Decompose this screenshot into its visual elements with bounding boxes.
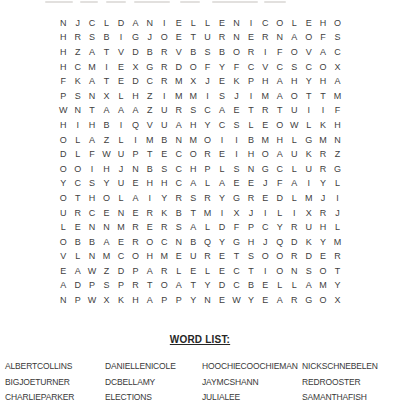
grid-cell-r20c6: H bbox=[128, 293, 142, 308]
grid-cell-r13c8: Y bbox=[157, 191, 171, 206]
grid-cell-r9c19: M bbox=[316, 133, 330, 148]
grid-cell-r6c9: M bbox=[172, 89, 186, 104]
grid-cell-r4c16: C bbox=[273, 60, 287, 75]
grid-cell-r5c18: Y bbox=[301, 74, 315, 89]
grid-cell-r9c17: L bbox=[287, 133, 301, 148]
grid-cell-r15c2: E bbox=[70, 220, 84, 235]
grid-cell-r7c2: N bbox=[70, 104, 84, 119]
grid-cell-r17c16: O bbox=[273, 250, 287, 265]
grid-cell-r14c3: C bbox=[85, 206, 99, 221]
grid-cell-r10c13: I bbox=[229, 147, 243, 162]
grid-cell-r13c9: R bbox=[172, 191, 186, 206]
grid-cell-r4c12: Y bbox=[215, 60, 229, 75]
grid-cell-r7c15: R bbox=[258, 104, 272, 119]
grid-cell-r17c17: R bbox=[287, 250, 301, 265]
grid-cell-r1c18: E bbox=[301, 16, 315, 31]
grid-cell-r8c6: Q bbox=[128, 118, 142, 133]
word-list: ALBERTCOLLINSBIGJOETURNERCHARLIEPARKERDA… bbox=[5, 359, 400, 400]
grid-cell-r17c2: L bbox=[70, 250, 84, 265]
grid-cell-r10c1: D bbox=[56, 147, 70, 162]
grid-cell-r18c8: R bbox=[157, 264, 171, 279]
grid-cell-r10c4: W bbox=[99, 147, 113, 162]
grid-cell-r2c3: S bbox=[85, 31, 99, 46]
grid-cell-r17c5: C bbox=[114, 250, 128, 265]
grid-cell-r18c15: I bbox=[258, 264, 272, 279]
grid-cell-r15c5: M bbox=[114, 220, 128, 235]
grid-cell-r7c16: T bbox=[273, 104, 287, 119]
grid-cell-r19c12: D bbox=[215, 279, 229, 294]
grid-cell-r8c18: L bbox=[301, 118, 315, 133]
grid-cell-r2c16: N bbox=[273, 31, 287, 46]
grid-cell-r5c8: R bbox=[157, 74, 171, 89]
grid-cell-r13c11: R bbox=[200, 191, 214, 206]
grid-cell-r20c16: A bbox=[273, 293, 287, 308]
grid-cell-r15c12: D bbox=[215, 220, 229, 235]
grid-cell-r6c11: I bbox=[200, 89, 214, 104]
grid-cell-r14c11: M bbox=[200, 206, 214, 221]
grid-cell-r6c19: T bbox=[316, 89, 330, 104]
grid-cell-r18c18: S bbox=[301, 264, 315, 279]
grid-cell-r3c2: Z bbox=[70, 45, 84, 60]
grid-cell-r9c14: B bbox=[244, 133, 258, 148]
grid-cell-r17c3: N bbox=[85, 250, 99, 265]
grid-cell-r7c20: F bbox=[330, 104, 344, 119]
grid-cell-r8c4: B bbox=[99, 118, 113, 133]
grid-cell-r16c4: A bbox=[99, 235, 113, 250]
grid-cell-r18c5: D bbox=[114, 264, 128, 279]
word-list-column-2: DANIELLENICOLEDCBELLAMYELECTIONS bbox=[105, 359, 202, 400]
grid-cell-r17c11: R bbox=[200, 250, 214, 265]
grid-cell-r1c14: I bbox=[244, 16, 258, 31]
grid-cell-r4c14: C bbox=[244, 60, 258, 75]
word-list-item: ALBERTCOLLINS bbox=[5, 359, 105, 375]
grid-cell-r18c1: E bbox=[56, 264, 70, 279]
grid-cell-r7c17: U bbox=[287, 104, 301, 119]
grid-cell-r7c10: S bbox=[186, 104, 200, 119]
grid-cell-r3c17: O bbox=[287, 45, 301, 60]
grid-cell-r10c19: R bbox=[316, 147, 330, 162]
grid-cell-r13c19: J bbox=[316, 191, 330, 206]
grid-cell-r14c17: I bbox=[287, 206, 301, 221]
grid-cell-r15c11: L bbox=[200, 220, 214, 235]
grid-cell-r1c5: D bbox=[114, 16, 128, 31]
grid-cell-r14c18: X bbox=[301, 206, 315, 221]
grid-cell-r3c13: O bbox=[229, 45, 243, 60]
grid-cell-r12c20: L bbox=[330, 177, 344, 192]
grid-cell-r19c13: C bbox=[229, 279, 243, 294]
grid-cell-r1c6: A bbox=[128, 16, 142, 31]
grid-cell-r5c14: P bbox=[244, 74, 258, 89]
grid-cell-r4c3: M bbox=[85, 60, 99, 75]
grid-cell-r7c8: U bbox=[157, 104, 171, 119]
grid-cell-r7c19: I bbox=[316, 104, 330, 119]
grid-cell-r15c4: N bbox=[99, 220, 113, 235]
grid-cell-r19c10: T bbox=[186, 279, 200, 294]
grid-cell-r20c9: P bbox=[172, 293, 186, 308]
grid-cell-r1c3: C bbox=[85, 16, 99, 31]
grid-cell-r9c15: M bbox=[258, 133, 272, 148]
grid-cell-r1c1: N bbox=[56, 16, 70, 31]
grid-cell-r9c18: G bbox=[301, 133, 315, 148]
grid-cell-r6c17: O bbox=[287, 89, 301, 104]
grid-cell-r17c14: S bbox=[244, 250, 258, 265]
grid-cell-r12c12: A bbox=[215, 177, 229, 192]
grid-cell-r13c1: O bbox=[56, 191, 70, 206]
grid-cell-r3c16: F bbox=[273, 45, 287, 60]
grid-cell-r14c16: L bbox=[273, 206, 287, 221]
grid-cell-r8c11: Y bbox=[200, 118, 214, 133]
grid-cell-r3c6: D bbox=[128, 45, 142, 60]
grid-cell-r9c11: O bbox=[200, 133, 214, 148]
grid-cell-r19c16: L bbox=[273, 279, 287, 294]
grid-cell-r13c15: E bbox=[258, 191, 272, 206]
grid-cell-r11c17: L bbox=[287, 162, 301, 177]
grid-cell-r15c20: L bbox=[330, 220, 344, 235]
grid-cell-r11c3: I bbox=[85, 162, 99, 177]
grid-cell-r16c20: M bbox=[330, 235, 344, 250]
grid-cell-r1c17: L bbox=[287, 16, 301, 31]
word-list-item: HOOCHIECOOCHIEMAN bbox=[202, 359, 302, 375]
grid-cell-r5c4: T bbox=[99, 74, 113, 89]
grid-cell-r9c12: I bbox=[215, 133, 229, 148]
grid-cell-r12c19: Y bbox=[316, 177, 330, 192]
grid-cell-r11c16: C bbox=[273, 162, 287, 177]
grid-cell-r14c7: R bbox=[143, 206, 157, 221]
grid-cell-r18c4: Z bbox=[99, 264, 113, 279]
grid-cell-r19c4: S bbox=[99, 279, 113, 294]
grid-cell-r9c8: B bbox=[157, 133, 171, 148]
grid-cell-r14c2: R bbox=[70, 206, 84, 221]
grid-cell-r17c19: E bbox=[316, 250, 330, 265]
grid-cell-r16c12: Y bbox=[215, 235, 229, 250]
grid-cell-r6c10: M bbox=[186, 89, 200, 104]
grid-cell-r11c4: H bbox=[99, 162, 113, 177]
grid-cell-r17c10: U bbox=[186, 250, 200, 265]
grid-cell-r18c12: E bbox=[215, 264, 229, 279]
grid-cell-r8c19: K bbox=[316, 118, 330, 133]
grid-cell-r14c5: N bbox=[114, 206, 128, 221]
grid-cell-r16c7: O bbox=[143, 235, 157, 250]
grid-cell-r10c8: E bbox=[157, 147, 171, 162]
grid-cell-r17c4: M bbox=[99, 250, 113, 265]
grid-cell-r15c16: Y bbox=[273, 220, 287, 235]
grid-cell-r3c3: A bbox=[85, 45, 99, 60]
grid-cell-r17c7: H bbox=[143, 250, 157, 265]
word-list-item: SAMANTHAFISH bbox=[302, 390, 400, 400]
grid-cell-r17c13: T bbox=[229, 250, 243, 265]
grid-cell-r7c11: C bbox=[200, 104, 214, 119]
grid-cell-r11c2: O bbox=[70, 162, 84, 177]
grid-cell-r8c8: U bbox=[157, 118, 171, 133]
grid-cell-r2c12: R bbox=[215, 31, 229, 46]
grid-cell-r13c10: S bbox=[186, 191, 200, 206]
grid-cell-r19c3: P bbox=[85, 279, 99, 294]
grid-cell-r7c3: T bbox=[85, 104, 99, 119]
grid-cell-r12c5: U bbox=[114, 177, 128, 192]
grid-cell-r1c4: L bbox=[99, 16, 113, 31]
grid-cell-r6c2: S bbox=[70, 89, 84, 104]
grid-cell-r13c5: L bbox=[114, 191, 128, 206]
word-list-item: NICKSCHNEBELEN bbox=[302, 359, 400, 375]
grid-cell-r15c10: A bbox=[186, 220, 200, 235]
word-list-column-1: ALBERTCOLLINSBIGJOETURNERCHARLIEPARKER bbox=[5, 359, 105, 400]
grid-cell-r16c2: B bbox=[70, 235, 84, 250]
grid-cell-r10c2: L bbox=[70, 147, 84, 162]
word-list-item: DCBELLAMY bbox=[105, 375, 202, 391]
grid-cell-r12c17: A bbox=[287, 177, 301, 192]
grid-cell-r1c11: L bbox=[200, 16, 214, 31]
grid-cell-r4c18: C bbox=[301, 60, 315, 75]
grid-cell-r11c1: O bbox=[56, 162, 70, 177]
grid-cell-r12c9: C bbox=[172, 177, 186, 192]
grid-cell-r18c6: P bbox=[128, 264, 142, 279]
grid-cell-r16c10: B bbox=[186, 235, 200, 250]
grid-cell-r12c6: E bbox=[128, 177, 142, 192]
grid-cell-r9c1: O bbox=[56, 133, 70, 148]
grid-cell-r6c8: I bbox=[157, 89, 171, 104]
grid-cell-r13c14: R bbox=[244, 191, 258, 206]
grid-cell-r20c20: X bbox=[330, 293, 344, 308]
grid-cell-r6c13: J bbox=[229, 89, 243, 104]
grid-cell-r11c8: S bbox=[157, 162, 171, 177]
grid-cell-r4c15: V bbox=[258, 60, 272, 75]
grid-cell-r9c20: N bbox=[330, 133, 344, 148]
grid-cell-r6c1: P bbox=[56, 89, 70, 104]
grid-cell-r9c2: L bbox=[70, 133, 84, 148]
grid-cell-r7c4: A bbox=[99, 104, 113, 119]
grid-cell-r1c9: E bbox=[172, 16, 186, 31]
grid-cell-r7c18: I bbox=[301, 104, 315, 119]
grid-cell-r3c11: S bbox=[200, 45, 214, 60]
grid-cell-r5c6: D bbox=[128, 74, 142, 89]
grid-cell-r12c3: S bbox=[85, 177, 99, 192]
grid-cell-r20c2: P bbox=[70, 293, 84, 308]
grid-cell-r19c14: B bbox=[244, 279, 258, 294]
grid-cell-r5c10: X bbox=[186, 74, 200, 89]
grid-cell-r7c12: A bbox=[215, 104, 229, 119]
grid-cell-r2c19: F bbox=[316, 31, 330, 46]
grid-cell-r11c13: S bbox=[229, 162, 243, 177]
grid-cell-r13c18: M bbox=[301, 191, 315, 206]
grid-cell-r18c3: W bbox=[85, 264, 99, 279]
grid-cell-r15c9: S bbox=[172, 220, 186, 235]
grid-cell-r6c14: I bbox=[244, 89, 258, 104]
grid-cell-r9c10: M bbox=[186, 133, 200, 148]
grid-cell-r19c8: O bbox=[157, 279, 171, 294]
grid-cell-r11c10: H bbox=[186, 162, 200, 177]
grid-cell-r5c17: H bbox=[287, 74, 301, 89]
grid-cell-r9c9: N bbox=[172, 133, 186, 148]
grid-cell-r11c14: N bbox=[244, 162, 258, 177]
grid-cell-r20c5: K bbox=[114, 293, 128, 308]
grid-cell-r3c5: V bbox=[114, 45, 128, 60]
grid-cell-r12c7: H bbox=[143, 177, 157, 192]
grid-cell-r2c13: N bbox=[229, 31, 243, 46]
grid-cell-r10c6: P bbox=[128, 147, 142, 162]
grid-cell-r16c5: E bbox=[114, 235, 128, 250]
grid-cell-r7c1: W bbox=[56, 104, 70, 119]
grid-cell-r13c17: L bbox=[287, 191, 301, 206]
grid-cell-r7c9: R bbox=[172, 104, 186, 119]
grid-cell-r13c13: G bbox=[229, 191, 243, 206]
grid-cell-r5c12: E bbox=[215, 74, 229, 89]
word-list-item: JAYMCSHANN bbox=[202, 375, 302, 391]
grid-cell-r19c17: L bbox=[287, 279, 301, 294]
grid-cell-r6c15: M bbox=[258, 89, 272, 104]
grid-cell-r16c9: N bbox=[172, 235, 186, 250]
grid-cell-r2c15: R bbox=[258, 31, 272, 46]
grid-cell-r10c12: E bbox=[215, 147, 229, 162]
grid-cell-r3c19: A bbox=[316, 45, 330, 60]
grid-cell-r15c18: U bbox=[301, 220, 315, 235]
grid-cell-r18c20: T bbox=[330, 264, 344, 279]
grid-cell-r14c20: J bbox=[330, 206, 344, 221]
grid-cell-r1c10: L bbox=[186, 16, 200, 31]
grid-cell-r11c5: J bbox=[114, 162, 128, 177]
grid-cell-r2c10: T bbox=[186, 31, 200, 46]
grid-cell-r16c6: R bbox=[128, 235, 142, 250]
grid-cell-r9c16: H bbox=[273, 133, 287, 148]
grid-cell-r9c4: Z bbox=[99, 133, 113, 148]
grid-cell-r4c13: F bbox=[229, 60, 243, 75]
grid-cell-r4c8: R bbox=[157, 60, 171, 75]
word-search-page: NJCLDANIELLENICOLEHOHRSBIGJOETURNERNAOFS… bbox=[0, 0, 400, 400]
grid-cell-r14c10: T bbox=[186, 206, 200, 221]
grid-cell-r6c3: N bbox=[85, 89, 99, 104]
grid-cell-r10c7: T bbox=[143, 147, 157, 162]
grid-cell-r15c15: C bbox=[258, 220, 272, 235]
word-list-item: BIGJOETURNER bbox=[5, 375, 105, 391]
grid-cell-r15c1: L bbox=[56, 220, 70, 235]
grid-cell-r18c13: C bbox=[229, 264, 243, 279]
grid-cell-r1c20: O bbox=[330, 16, 344, 31]
grid-cell-r3c4: T bbox=[99, 45, 113, 60]
grid-cell-r17c8: M bbox=[157, 250, 171, 265]
grid-cell-r10c10: O bbox=[186, 147, 200, 162]
grid-cell-r11c6: N bbox=[128, 162, 142, 177]
grid-cell-r8c9: A bbox=[172, 118, 186, 133]
grid-cell-r12c1: Y bbox=[56, 177, 70, 192]
grid-cell-r7c14: T bbox=[244, 104, 258, 119]
grid-cell-r10c14: H bbox=[244, 147, 258, 162]
grid-cell-r18c7: A bbox=[143, 264, 157, 279]
grid-cell-r2c2: R bbox=[70, 31, 84, 46]
grid-cell-r14c8: K bbox=[157, 206, 171, 221]
grid-cell-r14c6: E bbox=[128, 206, 142, 221]
grid-cell-r2c7: J bbox=[143, 31, 157, 46]
grid-cell-r2c8: O bbox=[157, 31, 171, 46]
grid-cell-r1c2: J bbox=[70, 16, 84, 31]
grid-cell-r12c14: E bbox=[244, 177, 258, 192]
grid-cell-r20c4: X bbox=[99, 293, 113, 308]
grid-cell-r14c13: X bbox=[229, 206, 243, 221]
grid-cell-r17c6: O bbox=[128, 250, 142, 265]
grid-cell-r13c6: A bbox=[128, 191, 142, 206]
grid-cell-r5c2: K bbox=[70, 74, 84, 89]
grid-cell-r10c17: U bbox=[287, 147, 301, 162]
grid-cell-r19c20: Y bbox=[330, 279, 344, 294]
grid-cell-r8c7: V bbox=[143, 118, 157, 133]
grid-cell-r3c15: I bbox=[258, 45, 272, 60]
grid-cell-r8c14: L bbox=[244, 118, 258, 133]
grid-cell-r20c7: A bbox=[143, 293, 157, 308]
grid-cell-r14c19: R bbox=[316, 206, 330, 221]
grid-cell-r6c4: X bbox=[99, 89, 113, 104]
grid-cell-r14c12: I bbox=[215, 206, 229, 221]
grid-cell-r4c10: O bbox=[186, 60, 200, 75]
grid-cell-r2c20: S bbox=[330, 31, 344, 46]
grid-cell-r6c7: Z bbox=[143, 89, 157, 104]
grid-cell-r7c5: A bbox=[114, 104, 128, 119]
grid-cell-r4c20: X bbox=[330, 60, 344, 75]
grid-cell-r15c17: R bbox=[287, 220, 301, 235]
grid-cell-r12c15: J bbox=[258, 177, 272, 192]
word-list-item: ELECTIONS bbox=[105, 390, 202, 400]
grid-cell-r18c9: L bbox=[172, 264, 186, 279]
grid-cell-r9c5: L bbox=[114, 133, 128, 148]
grid-cell-r18c14: T bbox=[244, 264, 258, 279]
grid-cell-r13c2: T bbox=[70, 191, 84, 206]
grid-cell-r10c11: R bbox=[200, 147, 214, 162]
grid-cell-r5c16: A bbox=[273, 74, 287, 89]
grid-cell-r11c9: C bbox=[172, 162, 186, 177]
grid-cell-r14c1: U bbox=[56, 206, 70, 221]
grid-cell-r18c11: L bbox=[200, 264, 214, 279]
grid-cell-r20c8: P bbox=[157, 293, 171, 308]
grid-cell-r1c16: O bbox=[273, 16, 287, 31]
grid-cell-r9c3: A bbox=[85, 133, 99, 148]
grid-cell-r19c7: T bbox=[143, 279, 157, 294]
grid-cell-r17c20: R bbox=[330, 250, 344, 265]
grid-cell-r3c9: V bbox=[172, 45, 186, 60]
cropped-title-remnant bbox=[0, 0, 400, 4]
grid-cell-r16c16: Q bbox=[273, 235, 287, 250]
grid-cell-r10c5: U bbox=[114, 147, 128, 162]
grid-cell-r13c16: D bbox=[273, 191, 287, 206]
grid-cell-r8c13: S bbox=[229, 118, 243, 133]
grid-cell-r4c2: C bbox=[70, 60, 84, 75]
grid-cell-r11c18: U bbox=[301, 162, 315, 177]
grid-cell-r10c9: C bbox=[172, 147, 186, 162]
grid-cell-r16c17: D bbox=[287, 235, 301, 250]
grid-cell-r13c12: Y bbox=[215, 191, 229, 206]
grid-cell-r16c1: O bbox=[56, 235, 70, 250]
grid-cell-r4c11: F bbox=[200, 60, 214, 75]
grid-cell-r9c7: M bbox=[143, 133, 157, 148]
grid-cell-r1c8: I bbox=[157, 16, 171, 31]
grid-cell-r5c5: E bbox=[114, 74, 128, 89]
grid-cell-r20c17: R bbox=[287, 293, 301, 308]
word-list-item: JULIALEE bbox=[202, 390, 302, 400]
grid-cell-r8c16: O bbox=[273, 118, 287, 133]
grid-cell-r5c1: F bbox=[56, 74, 70, 89]
grid-cell-r12c16: F bbox=[273, 177, 287, 192]
word-list-column-3: HOOCHIECOOCHIEMANJAYMCSHANNJULIALEE bbox=[202, 359, 302, 400]
grid-cell-r17c18: D bbox=[301, 250, 315, 265]
grid-cell-r20c18: G bbox=[301, 293, 315, 308]
grid-cell-r5c11: J bbox=[200, 74, 214, 89]
grid-cell-r12c8: H bbox=[157, 177, 171, 192]
grid-cell-r16c13: G bbox=[229, 235, 243, 250]
grid-cell-r12c4: Y bbox=[99, 177, 113, 192]
grid-cell-r2c14: E bbox=[244, 31, 258, 46]
grid-cell-r3c10: B bbox=[186, 45, 200, 60]
grid-cell-r18c17: N bbox=[287, 264, 301, 279]
grid-cell-r1c12: E bbox=[215, 16, 229, 31]
grid-cell-r16c14: H bbox=[244, 235, 258, 250]
grid-cell-r3c7: B bbox=[143, 45, 157, 60]
grid-cell-r10c15: O bbox=[258, 147, 272, 162]
